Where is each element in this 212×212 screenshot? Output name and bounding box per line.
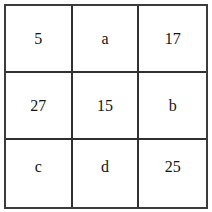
cell-r2c2: 15 xyxy=(73,73,140,140)
cell-r1c2: a xyxy=(73,6,140,73)
cell-r2c3: b xyxy=(139,73,206,140)
cell-r1c1: 5 xyxy=(6,6,73,73)
cell-r3c3: 25 xyxy=(139,140,206,207)
cell-r1c3: 17 xyxy=(139,6,206,73)
cell-r3c1: c xyxy=(6,140,73,207)
puzzle-grid: 5 a 17 27 15 b c d 25 xyxy=(4,4,208,209)
cell-r3c2: d xyxy=(73,140,140,207)
cell-r2c1: 27 xyxy=(6,73,73,140)
